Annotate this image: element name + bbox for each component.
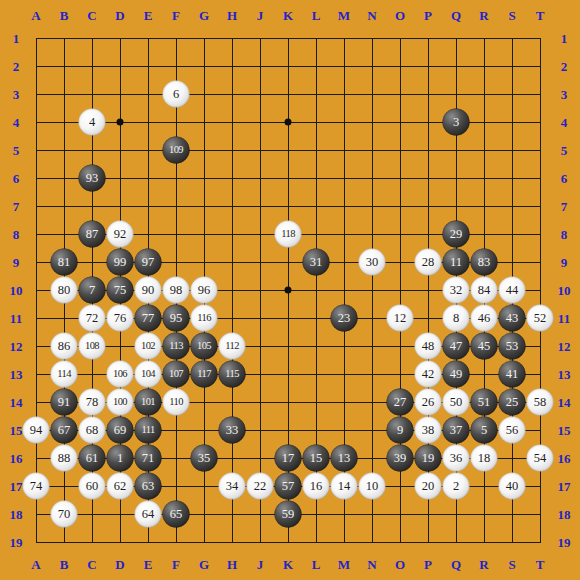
stone-white-100-d14: 100	[107, 389, 134, 416]
stone-black-35-g16: 35	[191, 445, 218, 472]
move-number: 65	[170, 508, 183, 521]
col-label-top-f: F	[172, 9, 180, 22]
col-label-top-d: D	[115, 9, 124, 22]
move-number: 75	[114, 284, 127, 297]
move-number: 44	[506, 284, 519, 297]
col-label-bottom-a: A	[31, 558, 40, 571]
move-number: 34	[226, 480, 239, 493]
stone-black-65-f18: 65	[163, 501, 190, 528]
move-number: 1	[117, 452, 123, 465]
move-number: 19	[422, 452, 435, 465]
stone-white-30-n9: 30	[359, 249, 386, 276]
row-label-right-17: 17	[558, 480, 571, 493]
grid-hline	[36, 542, 541, 543]
stone-black-83-r9: 83	[471, 249, 498, 276]
move-number: 49	[450, 368, 463, 381]
move-number: 23	[338, 312, 351, 325]
move-number: 94	[30, 424, 43, 437]
move-number: 98	[170, 284, 183, 297]
stone-white-64-e18: 64	[135, 501, 162, 528]
stone-black-87-c8: 87	[79, 221, 106, 248]
stone-white-112-h12: 112	[219, 333, 246, 360]
row-label-left-4: 4	[13, 116, 20, 129]
stone-black-17-k16: 17	[275, 445, 302, 472]
stone-black-105-g12: 105	[191, 333, 218, 360]
move-number: 109	[169, 145, 183, 156]
move-number: 62	[114, 480, 127, 493]
stone-white-76-d11: 76	[107, 305, 134, 332]
stone-white-18-r16: 18	[471, 445, 498, 472]
row-label-right-19: 19	[558, 536, 571, 549]
move-number: 30	[366, 256, 379, 269]
stone-white-34-h17: 34	[219, 473, 246, 500]
move-number: 68	[86, 424, 99, 437]
row-label-left-18: 18	[10, 508, 23, 521]
stone-white-6-f3: 6	[163, 81, 190, 108]
stone-white-28-p9: 28	[415, 249, 442, 276]
stone-white-94-a15: 94	[23, 417, 50, 444]
move-number: 95	[170, 312, 183, 325]
col-label-top-m: M	[338, 9, 350, 22]
move-number: 27	[394, 396, 407, 409]
row-label-left-10: 10	[10, 284, 23, 297]
stone-white-102-e12: 102	[135, 333, 162, 360]
move-number: 116	[197, 313, 211, 324]
col-label-bottom-s: S	[508, 558, 515, 571]
row-label-left-9: 9	[13, 256, 20, 269]
col-label-top-o: O	[395, 9, 405, 22]
stone-white-72-c11: 72	[79, 305, 106, 332]
stone-black-63-e17: 63	[135, 473, 162, 500]
stone-black-31-l9: 31	[303, 249, 330, 276]
col-label-top-l: L	[312, 9, 321, 22]
move-number: 78	[86, 396, 99, 409]
stone-white-86-b12: 86	[51, 333, 78, 360]
star-point-k10	[285, 287, 292, 294]
move-number: 29	[450, 228, 463, 241]
col-label-bottom-l: L	[312, 558, 321, 571]
move-number: 18	[478, 452, 491, 465]
stone-white-46-r11: 46	[471, 305, 498, 332]
move-number: 31	[310, 256, 323, 269]
stone-black-57-k17: 57	[275, 473, 302, 500]
stone-black-7-c10: 7	[79, 277, 106, 304]
col-label-bottom-o: O	[395, 558, 405, 571]
stone-black-81-b9: 81	[51, 249, 78, 276]
move-number: 86	[58, 340, 71, 353]
col-label-top-s: S	[508, 9, 515, 22]
move-number: 52	[534, 312, 547, 325]
move-number: 20	[422, 480, 435, 493]
row-label-left-15: 15	[10, 424, 23, 437]
row-label-left-3: 3	[13, 88, 20, 101]
col-label-bottom-n: N	[367, 558, 376, 571]
move-number: 17	[282, 452, 295, 465]
stone-white-56-s15: 56	[499, 417, 526, 444]
star-point-d4	[117, 119, 124, 126]
row-label-right-16: 16	[558, 452, 571, 465]
col-label-top-r: R	[479, 9, 488, 22]
stone-black-3-q4: 3	[443, 109, 470, 136]
row-label-right-3: 3	[561, 88, 568, 101]
move-number: 13	[338, 452, 351, 465]
stone-black-25-s14: 25	[499, 389, 526, 416]
move-number: 47	[450, 340, 463, 353]
move-number: 76	[114, 312, 127, 325]
move-number: 113	[169, 341, 183, 352]
row-label-left-14: 14	[10, 396, 23, 409]
move-number: 59	[282, 508, 295, 521]
row-label-left-17: 17	[10, 480, 23, 493]
stone-black-113-f12: 113	[163, 333, 190, 360]
stone-black-39-o16: 39	[387, 445, 414, 472]
col-label-bottom-g: G	[199, 558, 209, 571]
move-number: 81	[58, 256, 71, 269]
row-label-right-18: 18	[558, 508, 571, 521]
move-number: 104	[141, 369, 155, 380]
stone-black-9-o15: 9	[387, 417, 414, 444]
stone-black-19-p16: 19	[415, 445, 442, 472]
col-label-top-k: K	[283, 9, 293, 22]
stone-white-110-f14: 110	[163, 389, 190, 416]
stone-black-99-d9: 99	[107, 249, 134, 276]
move-number: 56	[506, 424, 519, 437]
stone-black-5-r15: 5	[471, 417, 498, 444]
move-number: 46	[478, 312, 491, 325]
stone-white-20-p17: 20	[415, 473, 442, 500]
row-label-right-8: 8	[561, 228, 568, 241]
move-number: 117	[197, 369, 211, 380]
row-label-right-12: 12	[558, 340, 571, 353]
move-number: 105	[197, 341, 211, 352]
stone-white-74-a17: 74	[23, 473, 50, 500]
row-label-right-7: 7	[561, 200, 568, 213]
move-number: 26	[422, 396, 435, 409]
move-number: 67	[58, 424, 71, 437]
col-label-top-j: J	[257, 9, 264, 22]
move-number: 101	[141, 397, 155, 408]
stone-white-8-q11: 8	[443, 305, 470, 332]
stone-white-54-t16: 54	[527, 445, 554, 472]
col-label-bottom-t: T	[536, 558, 545, 571]
move-number: 36	[450, 452, 463, 465]
stone-black-27-o14: 27	[387, 389, 414, 416]
stone-black-49-q13: 49	[443, 361, 470, 388]
move-number: 39	[394, 452, 407, 465]
stone-black-93-c6: 93	[79, 165, 106, 192]
col-label-top-g: G	[199, 9, 209, 22]
stone-black-115-h13: 115	[219, 361, 246, 388]
stone-black-95-f11: 95	[163, 305, 190, 332]
row-label-left-1: 1	[13, 32, 20, 45]
row-label-left-2: 2	[13, 60, 20, 73]
stone-black-47-q12: 47	[443, 333, 470, 360]
stone-white-52-t11: 52	[527, 305, 554, 332]
move-number: 10	[366, 480, 379, 493]
move-number: 99	[114, 256, 127, 269]
col-label-top-h: H	[227, 9, 237, 22]
stone-black-29-q8: 29	[443, 221, 470, 248]
move-number: 25	[506, 396, 519, 409]
col-label-top-c: C	[87, 9, 96, 22]
stone-white-60-c17: 60	[79, 473, 106, 500]
move-number: 84	[478, 284, 491, 297]
move-number: 28	[422, 256, 435, 269]
move-number: 45	[478, 340, 491, 353]
stone-white-38-p15: 38	[415, 417, 442, 444]
move-number: 72	[86, 312, 99, 325]
col-label-bottom-p: P	[424, 558, 432, 571]
stone-white-106-d13: 106	[107, 361, 134, 388]
stone-white-10-n17: 10	[359, 473, 386, 500]
move-number: 8	[453, 312, 459, 325]
stone-white-50-q14: 50	[443, 389, 470, 416]
stone-black-37-q15: 37	[443, 417, 470, 444]
col-label-top-q: Q	[451, 9, 461, 22]
move-number: 61	[86, 452, 99, 465]
row-label-right-4: 4	[561, 116, 568, 129]
col-label-top-e: E	[144, 9, 153, 22]
col-label-bottom-d: D	[115, 558, 124, 571]
move-number: 9	[397, 424, 403, 437]
move-number: 64	[142, 508, 155, 521]
star-point-k4	[285, 119, 292, 126]
row-label-right-15: 15	[558, 424, 571, 437]
move-number: 106	[113, 369, 127, 380]
move-number: 74	[30, 480, 43, 493]
move-number: 90	[142, 284, 155, 297]
row-label-left-16: 16	[10, 452, 23, 465]
col-label-bottom-h: H	[227, 558, 237, 571]
stone-white-108-c12: 108	[79, 333, 106, 360]
stone-black-77-e11: 77	[135, 305, 162, 332]
stone-black-1-d16: 1	[107, 445, 134, 472]
stone-white-116-g11: 116	[191, 305, 218, 332]
move-number: 69	[114, 424, 127, 437]
col-label-bottom-q: Q	[451, 558, 461, 571]
move-number: 110	[169, 397, 183, 408]
col-label-bottom-e: E	[144, 558, 153, 571]
stone-white-36-q16: 36	[443, 445, 470, 472]
col-label-bottom-c: C	[87, 558, 96, 571]
row-label-left-8: 8	[13, 228, 20, 241]
stone-black-59-k18: 59	[275, 501, 302, 528]
stone-white-104-e13: 104	[135, 361, 162, 388]
move-number: 12	[394, 312, 407, 325]
move-number: 38	[422, 424, 435, 437]
stone-white-98-f10: 98	[163, 277, 190, 304]
stone-black-107-f13: 107	[163, 361, 190, 388]
move-number: 87	[86, 228, 99, 241]
stone-black-117-g13: 117	[191, 361, 218, 388]
move-number: 57	[282, 480, 295, 493]
move-number: 107	[169, 369, 183, 380]
move-number: 7	[89, 284, 95, 297]
col-label-bottom-f: F	[172, 558, 180, 571]
move-number: 37	[450, 424, 463, 437]
stone-white-96-g10: 96	[191, 277, 218, 304]
stone-white-26-p14: 26	[415, 389, 442, 416]
move-number: 114	[57, 369, 71, 380]
stone-white-22-j17: 22	[247, 473, 274, 500]
stone-black-15-l16: 15	[303, 445, 330, 472]
stone-white-14-m17: 14	[331, 473, 358, 500]
row-label-left-13: 13	[10, 368, 23, 381]
col-label-bottom-b: B	[60, 558, 69, 571]
stone-white-58-t14: 58	[527, 389, 554, 416]
stone-black-91-b14: 91	[51, 389, 78, 416]
grid-vline	[372, 38, 373, 543]
move-number: 80	[58, 284, 71, 297]
row-label-right-13: 13	[558, 368, 571, 381]
move-number: 112	[225, 341, 239, 352]
move-number: 58	[534, 396, 547, 409]
move-number: 54	[534, 452, 547, 465]
row-label-left-6: 6	[13, 172, 20, 185]
move-number: 15	[310, 452, 323, 465]
row-label-left-11: 11	[10, 312, 22, 325]
move-number: 6	[173, 88, 179, 101]
col-label-bottom-k: K	[283, 558, 293, 571]
move-number: 22	[254, 480, 267, 493]
row-label-right-11: 11	[558, 312, 570, 325]
move-number: 4	[89, 116, 95, 129]
move-number: 70	[58, 508, 71, 521]
row-label-right-5: 5	[561, 144, 568, 157]
col-label-top-b: B	[60, 9, 69, 22]
col-label-bottom-m: M	[338, 558, 350, 571]
stone-black-51-r14: 51	[471, 389, 498, 416]
move-number: 118	[281, 229, 295, 240]
move-number: 11	[450, 256, 462, 269]
stone-white-118-k8: 118	[275, 221, 302, 248]
stone-white-16-l17: 16	[303, 473, 330, 500]
stone-white-114-b13: 114	[51, 361, 78, 388]
move-number: 5	[481, 424, 487, 437]
stone-black-45-r12: 45	[471, 333, 498, 360]
move-number: 35	[198, 452, 211, 465]
row-label-right-14: 14	[558, 396, 571, 409]
stone-black-53-s12: 53	[499, 333, 526, 360]
stone-white-62-d17: 62	[107, 473, 134, 500]
move-number: 71	[142, 452, 155, 465]
stone-white-88-b16: 88	[51, 445, 78, 472]
stone-black-71-e16: 71	[135, 445, 162, 472]
stone-black-111-e15: 111	[135, 417, 162, 444]
col-label-top-a: A	[31, 9, 40, 22]
move-number: 115	[225, 369, 239, 380]
move-number: 3	[453, 116, 459, 129]
stone-white-80-b10: 80	[51, 277, 78, 304]
move-number: 93	[86, 172, 99, 185]
move-number: 77	[142, 312, 155, 325]
move-number: 43	[506, 312, 519, 325]
move-number: 48	[422, 340, 435, 353]
move-number: 33	[226, 424, 239, 437]
row-label-right-9: 9	[561, 256, 568, 269]
move-number: 96	[198, 284, 211, 297]
move-number: 91	[58, 396, 71, 409]
stone-black-23-m11: 23	[331, 305, 358, 332]
stone-black-69-d15: 69	[107, 417, 134, 444]
move-number: 40	[506, 480, 519, 493]
col-label-top-t: T	[536, 9, 545, 22]
move-number: 32	[450, 284, 463, 297]
stone-white-32-q10: 32	[443, 277, 470, 304]
stone-black-43-s11: 43	[499, 305, 526, 332]
move-number: 42	[422, 368, 435, 381]
stone-black-67-b15: 67	[51, 417, 78, 444]
row-label-right-1: 1	[561, 32, 568, 45]
stone-white-48-p12: 48	[415, 333, 442, 360]
row-label-left-7: 7	[13, 200, 20, 213]
move-number: 2	[453, 480, 459, 493]
row-label-left-19: 19	[10, 536, 23, 549]
move-number: 16	[310, 480, 323, 493]
row-label-right-10: 10	[558, 284, 571, 297]
move-number: 14	[338, 480, 351, 493]
row-label-right-2: 2	[561, 60, 568, 73]
stone-white-84-r10: 84	[471, 277, 498, 304]
col-label-bottom-j: J	[257, 558, 264, 571]
stone-black-97-e9: 97	[135, 249, 162, 276]
go-board[interactable]: AABBCCDDEEFFGGHHJJKKLLMMNNOOPPQQRRSSTT11…	[0, 0, 580, 580]
stone-white-12-o11: 12	[387, 305, 414, 332]
stone-white-68-c15: 68	[79, 417, 106, 444]
stone-white-78-c14: 78	[79, 389, 106, 416]
stone-white-90-e10: 90	[135, 277, 162, 304]
stone-white-4-c4: 4	[79, 109, 106, 136]
stone-white-70-b18: 70	[51, 501, 78, 528]
move-number: 108	[85, 341, 99, 352]
stone-black-75-d10: 75	[107, 277, 134, 304]
col-label-top-n: N	[367, 9, 376, 22]
move-number: 41	[506, 368, 519, 381]
move-number: 60	[86, 480, 99, 493]
move-number: 92	[114, 228, 127, 241]
row-label-left-12: 12	[10, 340, 23, 353]
stone-black-13-m16: 13	[331, 445, 358, 472]
move-number: 53	[506, 340, 519, 353]
stone-black-109-f5: 109	[163, 137, 190, 164]
stone-white-2-q17: 2	[443, 473, 470, 500]
move-number: 51	[478, 396, 491, 409]
stone-black-33-h15: 33	[219, 417, 246, 444]
row-label-right-6: 6	[561, 172, 568, 185]
move-number: 100	[113, 397, 127, 408]
row-label-left-5: 5	[13, 144, 20, 157]
move-number: 88	[58, 452, 71, 465]
col-label-bottom-r: R	[479, 558, 488, 571]
move-number: 63	[142, 480, 155, 493]
stone-white-40-s17: 40	[499, 473, 526, 500]
stone-black-41-s13: 41	[499, 361, 526, 388]
stone-black-61-c16: 61	[79, 445, 106, 472]
move-number: 50	[450, 396, 463, 409]
stone-white-42-p13: 42	[415, 361, 442, 388]
stone-white-44-s10: 44	[499, 277, 526, 304]
stone-black-101-e14: 101	[135, 389, 162, 416]
move-number: 83	[478, 256, 491, 269]
stone-black-11-q9: 11	[443, 249, 470, 276]
col-label-top-p: P	[424, 9, 432, 22]
move-number: 102	[141, 341, 155, 352]
move-number: 97	[142, 256, 155, 269]
stone-white-92-d8: 92	[107, 221, 134, 248]
move-number: 111	[141, 425, 154, 436]
